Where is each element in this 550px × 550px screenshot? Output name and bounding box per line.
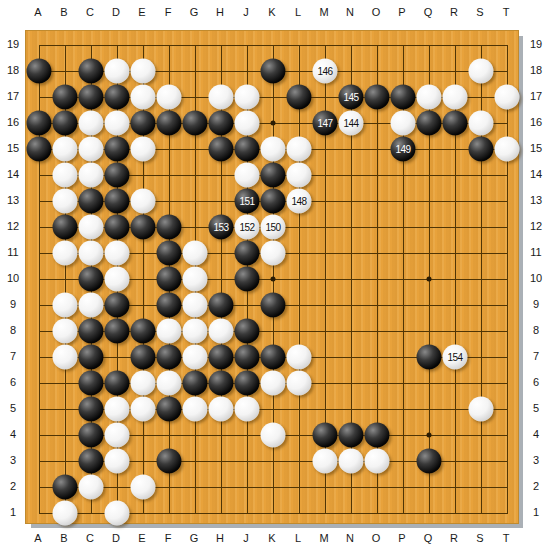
stone-white-Q17[interactable] [417,85,442,110]
column-label-top-M: M [319,5,328,19]
column-label-bottom-E: E [138,531,145,545]
column-label-bottom-A: A [34,531,41,545]
stone-white-G9[interactable] [183,293,208,318]
column-label-bottom-B: B [60,531,67,545]
column-label-top-Q: Q [424,5,433,19]
stone-black-C4[interactable] [79,423,104,448]
stone-black-E16[interactable] [131,111,156,136]
stone-white-D5[interactable] [105,397,130,422]
row-label-right-6: 6 [533,375,539,389]
stone-black-C10[interactable] [79,267,104,292]
column-label-top-F: F [165,5,172,19]
stone-white-B8[interactable] [53,319,78,344]
stone-white-G5[interactable] [183,397,208,422]
stone-white-D1[interactable] [105,501,130,526]
row-label-left-12: 12 [7,219,19,233]
stone-black-C13[interactable] [79,189,104,214]
stone-black-F11[interactable] [157,241,182,266]
row-label-right-5: 5 [533,401,539,415]
row-label-right-18: 18 [530,63,542,77]
row-label-left-6: 6 [10,375,16,389]
row-label-right-16: 16 [530,115,542,129]
row-label-right-2: 2 [533,479,539,493]
column-label-bottom-O: O [372,531,381,545]
row-label-left-5: 5 [10,401,16,415]
stone-white-H8[interactable] [209,319,234,344]
goban-board[interactable]: 146145147144149151148153152150154 [25,30,519,524]
column-label-bottom-K: K [268,531,275,545]
stone-white-D3[interactable] [105,449,130,474]
stone-white-B1[interactable] [53,501,78,526]
row-label-left-3: 3 [10,453,16,467]
stone-black-H6[interactable] [209,371,234,396]
stone-black-F3[interactable] [157,449,182,474]
stone-white-H5[interactable] [209,397,234,422]
column-label-bottom-P: P [398,531,405,545]
stone-white-D16[interactable] [105,111,130,136]
column-label-top-O: O [372,5,381,19]
grid-line-vertical [507,45,508,514]
row-label-right-1: 1 [533,505,539,519]
stone-black-J7[interactable] [235,345,260,370]
stone-black-H15[interactable] [209,137,234,162]
column-label-top-G: G [190,5,199,19]
row-label-right-19: 19 [530,37,542,51]
column-label-top-H: H [216,5,224,19]
column-label-bottom-F: F [165,531,172,545]
column-label-bottom-T: T [503,531,510,545]
grid-line-horizontal [39,487,508,488]
stone-black-J6[interactable] [235,371,260,396]
stone-white-C9[interactable] [79,293,104,318]
stone-white-D4[interactable] [105,423,130,448]
stone-white-E18[interactable] [131,59,156,84]
stone-black-H7[interactable] [209,345,234,370]
grid-line-vertical [299,45,300,514]
column-label-top-D: D [112,5,120,19]
stone-white-C12[interactable] [79,215,104,240]
stone-black-D17[interactable] [105,85,130,110]
row-label-left-14: 14 [7,167,19,181]
row-label-left-8: 8 [10,323,16,337]
stone-black-E7[interactable] [131,345,156,370]
row-label-left-1: 1 [10,505,16,519]
stone-black-Q7[interactable] [417,345,442,370]
stone-black-C18[interactable] [79,59,104,84]
stone-white-N3[interactable] [339,449,364,474]
stone-black-A16[interactable] [27,111,52,136]
stone-white-T15[interactable] [495,137,520,162]
stone-black-J15[interactable] [235,137,260,162]
stone-black-Q3[interactable] [417,449,442,474]
stone-white-D18[interactable] [105,59,130,84]
star-point-Q4 [427,433,432,438]
stone-white-D11[interactable] [105,241,130,266]
row-label-right-11: 11 [530,245,541,259]
stone-white-F17[interactable] [157,85,182,110]
stone-black-D6[interactable] [105,371,130,396]
row-label-right-8: 8 [533,323,539,337]
row-label-left-4: 4 [10,427,16,441]
stone-white-B13[interactable] [53,189,78,214]
stone-black-K7[interactable] [261,345,286,370]
stone-white-K6[interactable] [261,371,286,396]
stone-white-E5[interactable] [131,397,156,422]
stone-black-F9[interactable] [157,293,182,318]
column-label-bottom-H: H [216,531,224,545]
stone-white-E2[interactable] [131,475,156,500]
column-label-top-J: J [243,5,249,19]
stone-black-J10[interactable] [235,267,260,292]
stone-white-B15[interactable] [53,137,78,162]
stone-black-K18[interactable] [261,59,286,84]
column-label-bottom-Q: Q [424,531,433,545]
stone-white-G11[interactable] [183,241,208,266]
stone-move-148-L13[interactable]: 148 [287,189,312,214]
stone-white-J14[interactable] [235,163,260,188]
row-label-left-18: 18 [7,63,19,77]
stone-black-K9[interactable] [261,293,286,318]
stone-white-B14[interactable] [53,163,78,188]
stone-white-G7[interactable] [183,345,208,370]
stone-black-P17[interactable] [391,85,416,110]
stone-move-154-R7[interactable]: 154 [443,345,468,370]
row-label-right-10: 10 [530,271,542,285]
stone-black-E8[interactable] [131,319,156,344]
column-label-top-N: N [346,5,354,19]
stone-move-145-N17[interactable]: 145 [339,85,364,110]
stone-black-J11[interactable] [235,241,260,266]
stone-black-J8[interactable] [235,319,260,344]
stone-black-D15[interactable] [105,137,130,162]
stone-black-H9[interactable] [209,293,234,318]
stone-black-O4[interactable] [365,423,390,448]
column-label-top-C: C [86,5,94,19]
stone-white-L15[interactable] [287,137,312,162]
stone-white-G10[interactable] [183,267,208,292]
row-label-left-7: 7 [10,349,16,363]
stone-white-D10[interactable] [105,267,130,292]
stone-black-B2[interactable] [53,475,78,500]
row-label-left-10: 10 [7,271,19,285]
stone-white-K15[interactable] [261,137,286,162]
stone-white-O3[interactable] [365,449,390,474]
stone-white-B11[interactable] [53,241,78,266]
row-label-right-13: 13 [530,193,542,207]
stone-white-C2[interactable] [79,475,104,500]
stone-white-S18[interactable] [469,59,494,84]
row-label-right-14: 14 [530,167,542,181]
row-label-right-15: 15 [530,141,542,155]
star-point-Q10 [427,277,432,282]
row-label-right-9: 9 [533,297,539,311]
stone-white-R17[interactable] [443,85,468,110]
stone-white-B7[interactable] [53,345,78,370]
stone-white-P16[interactable] [391,111,416,136]
stone-black-F12[interactable] [157,215,182,240]
column-label-bottom-L: L [295,531,301,545]
stone-white-E13[interactable] [131,189,156,214]
stone-black-C6[interactable] [79,371,104,396]
column-label-bottom-N: N [346,531,354,545]
row-label-right-3: 3 [533,453,539,467]
stone-black-B12[interactable] [53,215,78,240]
row-label-left-15: 15 [7,141,19,155]
stone-black-K14[interactable] [261,163,286,188]
column-label-top-A: A [34,5,41,19]
stone-white-B9[interactable] [53,293,78,318]
stone-white-K4[interactable] [261,423,286,448]
column-label-bottom-C: C [86,531,94,545]
stone-white-S16[interactable] [469,111,494,136]
stone-black-A15[interactable] [27,137,52,162]
stone-black-E12[interactable] [131,215,156,240]
stone-white-G8[interactable] [183,319,208,344]
column-label-bottom-M: M [319,531,328,545]
row-label-right-7: 7 [533,349,539,363]
stone-black-M4[interactable] [313,423,338,448]
stone-black-N4[interactable] [339,423,364,448]
stone-black-D12[interactable] [105,215,130,240]
stone-black-R16[interactable] [443,111,468,136]
stone-black-B16[interactable] [53,111,78,136]
row-label-right-4: 4 [533,427,539,441]
stone-black-D14[interactable] [105,163,130,188]
stone-black-S15[interactable] [469,137,494,162]
stone-black-H16[interactable] [209,111,234,136]
stone-black-B17[interactable] [53,85,78,110]
stone-black-F5[interactable] [157,397,182,422]
column-label-bottom-J: J [243,531,249,545]
column-label-bottom-R: R [450,531,458,545]
stone-move-146-M18[interactable]: 146 [313,59,338,84]
stone-black-F7[interactable] [157,345,182,370]
column-label-bottom-G: G [190,531,199,545]
stone-white-C14[interactable] [79,163,104,188]
stone-black-D9[interactable] [105,293,130,318]
row-label-right-17: 17 [530,89,542,103]
stone-move-153-H12[interactable]: 153 [209,215,234,240]
stone-white-L6[interactable] [287,371,312,396]
stone-white-E17[interactable] [131,85,156,110]
stone-black-G16[interactable] [183,111,208,136]
row-label-left-13: 13 [7,193,19,207]
stone-white-C16[interactable] [79,111,104,136]
stone-white-E6[interactable] [131,371,156,396]
row-label-left-17: 17 [7,89,19,103]
stone-white-F8[interactable] [157,319,182,344]
column-label-bottom-S: S [476,531,483,545]
stone-black-C3[interactable] [79,449,104,474]
column-label-top-B: B [60,5,67,19]
column-label-top-E: E [138,5,145,19]
stone-move-150-K12[interactable]: 150 [261,215,286,240]
stone-black-Q16[interactable] [417,111,442,136]
column-label-bottom-D: D [112,531,120,545]
star-point-K16 [271,121,276,126]
column-label-top-T: T [503,5,510,19]
stone-black-C7[interactable] [79,345,104,370]
stone-white-S5[interactable] [469,397,494,422]
stone-black-D13[interactable] [105,189,130,214]
stone-black-K13[interactable] [261,189,286,214]
stone-move-152-J12[interactable]: 152 [235,215,260,240]
stone-black-G6[interactable] [183,371,208,396]
stone-white-L14[interactable] [287,163,312,188]
stone-white-J17[interactable] [235,85,260,110]
column-label-top-R: R [450,5,458,19]
stone-black-D8[interactable] [105,319,130,344]
row-label-left-16: 16 [7,115,19,129]
stone-move-151-J13[interactable]: 151 [235,189,260,214]
stone-black-O17[interactable] [365,85,390,110]
row-label-right-12: 12 [530,219,542,233]
stone-white-K11[interactable] [261,241,286,266]
column-label-top-K: K [268,5,275,19]
stone-move-149-P15[interactable]: 149 [391,137,416,162]
row-label-left-2: 2 [10,479,16,493]
star-point-K10 [271,277,276,282]
row-label-left-11: 11 [7,245,18,259]
column-label-top-L: L [295,5,301,19]
stone-black-A18[interactable] [27,59,52,84]
stone-white-J5[interactable] [235,397,260,422]
stone-white-H17[interactable] [209,85,234,110]
stone-black-F10[interactable] [157,267,182,292]
stone-move-144-N16[interactable]: 144 [339,111,364,136]
stone-black-F16[interactable] [157,111,182,136]
stone-white-L7[interactable] [287,345,312,370]
stone-white-F6[interactable] [157,371,182,396]
stone-black-C8[interactable] [79,319,104,344]
row-label-left-19: 19 [7,37,19,51]
stone-white-C15[interactable] [79,137,104,162]
column-label-top-S: S [476,5,483,19]
stone-move-147-M16[interactable]: 147 [313,111,338,136]
column-label-top-P: P [398,5,405,19]
stone-black-L17[interactable] [287,85,312,110]
stone-white-E15[interactable] [131,137,156,162]
stone-black-C5[interactable] [79,397,104,422]
row-label-left-9: 9 [10,297,16,311]
stone-white-C11[interactable] [79,241,104,266]
stone-white-J16[interactable] [235,111,260,136]
stone-black-C17[interactable] [79,85,104,110]
stone-white-M3[interactable] [313,449,338,474]
stone-white-T17[interactable] [495,85,520,110]
